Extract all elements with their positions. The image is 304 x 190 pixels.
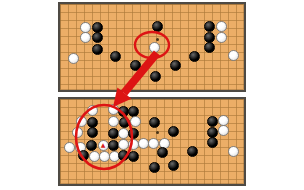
black-stone: [204, 21, 215, 32]
top-go-board[interactable]: [58, 2, 246, 92]
black-stone: [110, 51, 121, 62]
white-stone: ▲: [98, 140, 109, 151]
triangle-marker: ▲: [99, 141, 108, 150]
white-stone: [216, 32, 227, 43]
bottom-go-board[interactable]: ▲: [58, 97, 246, 186]
black-stone: [149, 117, 160, 128]
white-stone: [130, 116, 141, 127]
black-stone: [207, 137, 218, 148]
black-stone: [108, 128, 119, 139]
black-stone: [130, 60, 141, 71]
black-stone: [187, 146, 198, 157]
black-stone: [108, 140, 119, 151]
white-stone: [228, 50, 239, 61]
black-stone: [118, 150, 129, 161]
black-stone: [170, 60, 181, 71]
black-stone: [149, 162, 160, 173]
white-stone: [87, 105, 98, 116]
black-stone: [128, 128, 139, 139]
white-stone: [80, 32, 91, 43]
white-stone: [138, 138, 149, 149]
black-stone: [78, 150, 89, 161]
white-stone: [80, 22, 91, 33]
black-stone: [92, 32, 103, 43]
black-stone: [207, 127, 218, 138]
black-stone: [168, 126, 179, 137]
white-stone: [108, 116, 119, 127]
black-stone: [204, 42, 215, 53]
black-stone: [189, 51, 200, 62]
white-stone: [118, 128, 129, 139]
white-stone: [108, 104, 119, 115]
star-point: [156, 38, 159, 41]
star-point: [156, 131, 159, 134]
white-stone: [218, 115, 229, 126]
black-stone: [207, 116, 218, 127]
white-stone: [64, 142, 75, 153]
black-stone: [204, 32, 215, 43]
white-stone: [76, 116, 87, 127]
black-stone: [128, 151, 139, 162]
black-stone: [150, 71, 161, 82]
white-stone: [72, 127, 83, 138]
white-stone: [128, 139, 139, 150]
white-stone: [228, 146, 239, 157]
black-stone: [128, 106, 139, 117]
white-stone: [216, 21, 227, 32]
white-stone: [149, 42, 160, 53]
black-stone: [86, 140, 97, 151]
white-stone: [118, 139, 129, 150]
black-stone: [119, 117, 130, 128]
black-stone: [168, 160, 179, 171]
white-stone: [218, 125, 229, 136]
black-stone: [118, 106, 129, 117]
white-stone: [89, 151, 100, 162]
white-stone: [99, 151, 110, 162]
black-stone: [87, 117, 98, 128]
black-stone: [87, 127, 98, 138]
white-stone: [148, 138, 159, 149]
white-stone: [68, 53, 79, 64]
black-stone: [152, 21, 163, 32]
black-stone: [92, 44, 103, 55]
go-lesson-diagram: ▲: [0, 0, 304, 190]
black-stone: [157, 147, 168, 158]
black-stone: [92, 22, 103, 33]
